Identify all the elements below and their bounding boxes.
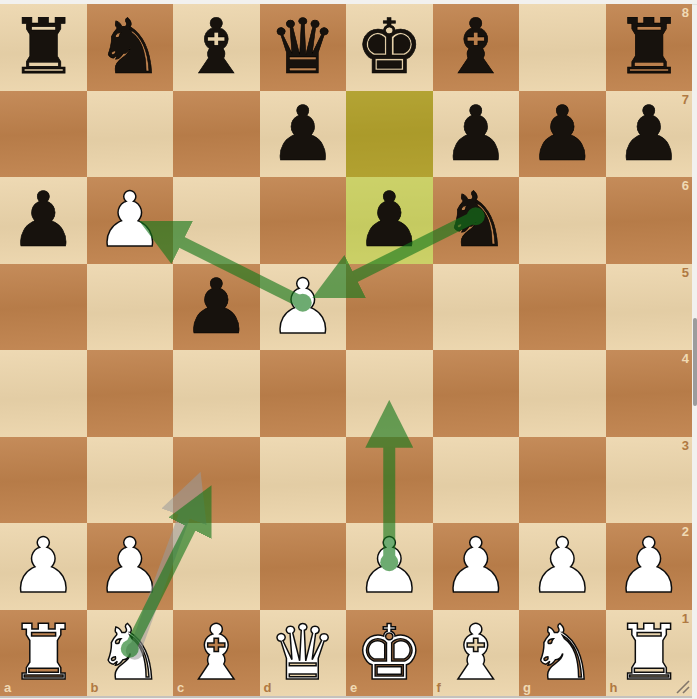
square-h5[interactable]: 5 [606,264,693,351]
piece-white-pawn[interactable]: ♟ [87,177,174,264]
piece-black-pawn[interactable]: ♟ [519,91,606,178]
square-h8[interactable]: ♜8 [606,4,693,91]
square-d7[interactable]: ♟ [260,91,347,178]
square-c6[interactable] [173,177,260,264]
square-g1[interactable]: ♞g [519,610,606,697]
last-move-highlight [346,91,433,178]
square-a4[interactable] [0,350,87,437]
page-scrollbar-thumb[interactable] [693,318,697,406]
square-b1[interactable]: ♞b [87,610,174,697]
square-b2[interactable]: ♟ [87,523,174,610]
square-e2[interactable]: ♟ [346,523,433,610]
piece-black-pawn[interactable]: ♟ [260,91,347,178]
square-e4[interactable] [346,350,433,437]
square-d8[interactable]: ♛ [260,4,347,91]
square-d6[interactable] [260,177,347,264]
piece-white-rook[interactable]: ♜ [0,610,87,697]
square-h3[interactable]: 3 [606,437,693,524]
piece-white-pawn[interactable]: ♟ [260,264,347,351]
piece-black-queen[interactable]: ♛ [260,4,347,91]
square-h2[interactable]: ♟2 [606,523,693,610]
square-e8[interactable]: ♚ [346,4,433,91]
square-f7[interactable]: ♟ [433,91,520,178]
square-c5[interactable]: ♟ [173,264,260,351]
square-e5[interactable] [346,264,433,351]
square-c7[interactable] [173,91,260,178]
square-a5[interactable] [0,264,87,351]
piece-white-pawn[interactable]: ♟ [606,523,693,610]
piece-white-bishop[interactable]: ♝ [433,610,520,697]
square-a8[interactable]: ♜ [0,4,87,91]
square-d3[interactable] [260,437,347,524]
piece-white-knight[interactable]: ♞ [87,610,174,697]
square-b6[interactable]: ♟ [87,177,174,264]
piece-black-bishop[interactable]: ♝ [173,4,260,91]
square-e1[interactable]: ♚e [346,610,433,697]
square-g6[interactable] [519,177,606,264]
square-a7[interactable] [0,91,87,178]
coordinate-rank-3: 3 [682,439,689,452]
square-f5[interactable] [433,264,520,351]
coordinate-rank-4: 4 [682,352,689,365]
square-f4[interactable] [433,350,520,437]
square-d5[interactable]: ♟ [260,264,347,351]
piece-black-knight[interactable]: ♞ [433,177,520,264]
square-g8[interactable] [519,4,606,91]
square-e7[interactable] [346,91,433,178]
square-g4[interactable] [519,350,606,437]
piece-black-rook[interactable]: ♜ [0,4,87,91]
square-a3[interactable] [0,437,87,524]
piece-white-pawn[interactable]: ♟ [519,523,606,610]
square-d2[interactable] [260,523,347,610]
square-d1[interactable]: ♛d [260,610,347,697]
square-g3[interactable] [519,437,606,524]
piece-white-king[interactable]: ♚ [346,610,433,697]
square-h7[interactable]: ♟7 [606,91,693,178]
chess-board[interactable]: ♜♞♝♛♚♝♜8♟♟♟♟7♟♟♟♞6♟♟543♟♟♟♟♟♟2♜a♞b♝c♛d♚e… [0,4,692,696]
square-b4[interactable] [87,350,174,437]
square-a2[interactable]: ♟ [0,523,87,610]
coordinate-rank-6: 6 [682,179,689,192]
piece-black-knight[interactable]: ♞ [87,4,174,91]
piece-black-bishop[interactable]: ♝ [433,4,520,91]
square-b3[interactable] [87,437,174,524]
square-h4[interactable]: 4 [606,350,693,437]
piece-black-pawn[interactable]: ♟ [606,91,693,178]
square-g7[interactable]: ♟ [519,91,606,178]
square-h6[interactable]: 6 [606,177,693,264]
square-g5[interactable] [519,264,606,351]
board-resize-handle[interactable] [676,680,690,694]
square-a6[interactable]: ♟ [0,177,87,264]
square-d4[interactable] [260,350,347,437]
piece-white-pawn[interactable]: ♟ [0,523,87,610]
square-c3[interactable] [173,437,260,524]
piece-white-queen[interactable]: ♛ [260,610,347,697]
square-f1[interactable]: ♝f [433,610,520,697]
square-b5[interactable] [87,264,174,351]
piece-black-pawn[interactable]: ♟ [0,177,87,264]
piece-black-pawn[interactable]: ♟ [433,91,520,178]
piece-white-pawn[interactable]: ♟ [433,523,520,610]
piece-white-pawn[interactable]: ♟ [346,523,433,610]
page: ♜♞♝♛♚♝♜8♟♟♟♟7♟♟♟♞6♟♟543♟♟♟♟♟♟2♜a♞b♝c♛d♚e… [0,0,697,699]
piece-black-pawn[interactable]: ♟ [346,177,433,264]
piece-black-king[interactable]: ♚ [346,4,433,91]
square-f8[interactable]: ♝ [433,4,520,91]
square-c4[interactable] [173,350,260,437]
square-f2[interactable]: ♟ [433,523,520,610]
square-b7[interactable] [87,91,174,178]
piece-black-rook[interactable]: ♜ [606,4,693,91]
piece-white-bishop[interactable]: ♝ [173,610,260,697]
square-f6[interactable]: ♞ [433,177,520,264]
square-c8[interactable]: ♝ [173,4,260,91]
square-c2[interactable] [173,523,260,610]
piece-black-pawn[interactable]: ♟ [173,264,260,351]
square-e6[interactable]: ♟ [346,177,433,264]
square-c1[interactable]: ♝c [173,610,260,697]
square-a1[interactable]: ♜a [0,610,87,697]
square-b8[interactable]: ♞ [87,4,174,91]
piece-white-knight[interactable]: ♞ [519,610,606,697]
square-e3[interactable] [346,437,433,524]
piece-white-pawn[interactable]: ♟ [87,523,174,610]
square-g2[interactable]: ♟ [519,523,606,610]
square-f3[interactable] [433,437,520,524]
coordinate-rank-5: 5 [682,266,689,279]
